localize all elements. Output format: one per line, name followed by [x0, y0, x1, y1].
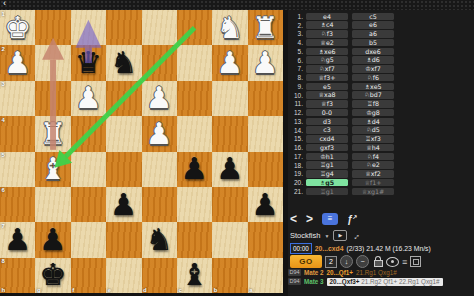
eye-icon[interactable]: [386, 257, 399, 267]
rank-label: 7: [2, 223, 5, 229]
square-g5[interactable]: ♝: [35, 152, 70, 187]
square-a7[interactable]: [248, 222, 283, 257]
move-number: 17.: [288, 153, 303, 160]
piece-wR-g4[interactable]: ♜: [35, 116, 70, 151]
prev-move-button[interactable]: <: [290, 213, 297, 225]
square-a2[interactable]: ♟: [248, 45, 283, 80]
square-b5[interactable]: ♟: [212, 152, 247, 187]
square-b8[interactable]: b: [212, 258, 247, 293]
move-black-10[interactable]: ♘bd7: [352, 91, 394, 99]
square-g2[interactable]: [35, 45, 70, 80]
rank-label: 1: [2, 11, 5, 17]
piece-bP-h7[interactable]: ♟: [0, 222, 35, 257]
square-c2[interactable]: [177, 45, 212, 80]
move-black-9[interactable]: ♗xe5: [352, 83, 394, 91]
move-white-20[interactable]: ♗g5: [306, 179, 348, 187]
move-white-4[interactable]: ♕e2: [306, 39, 348, 47]
rank-label: 8: [2, 258, 5, 264]
square-a3[interactable]: [248, 81, 283, 116]
move-row-12: 12.0-0♔g8: [288, 108, 398, 117]
rank-label: 5: [2, 152, 5, 158]
piece-wP-a2[interactable]: ♟: [248, 45, 283, 80]
piece-bN-d7[interactable]: ♞: [142, 222, 177, 257]
engine-header: Stockfish ▼ ▶ ↔: [290, 230, 360, 241]
square-b6[interactable]: [212, 187, 247, 222]
square-b4[interactable]: [212, 116, 247, 151]
move-black-8[interactable]: ♘f6: [352, 74, 394, 82]
move-number: 12.: [288, 109, 303, 116]
move-number: 7.: [288, 65, 303, 72]
square-g3[interactable]: [35, 81, 70, 116]
engine-controls: GO 2 ↓ − ≡: [290, 255, 421, 268]
square-a1[interactable]: ♜: [248, 10, 283, 45]
file-label: f: [72, 287, 74, 293]
square-a4[interactable]: [248, 116, 283, 151]
rank-label: 6: [2, 187, 5, 193]
move-black-4[interactable]: b5: [352, 39, 394, 47]
square-a6[interactable]: ♟: [248, 187, 283, 222]
square-h6[interactable]: 6: [0, 187, 35, 222]
pv-minus-button[interactable]: −: [356, 255, 369, 268]
pv-first-move: 20...Qxf3+: [330, 278, 360, 285]
move-white-12[interactable]: 0-0: [306, 109, 348, 117]
depth-tag: D94: [288, 278, 301, 285]
nav-toolbar: < > ≡ ƒ↗: [290, 211, 358, 227]
square-h5[interactable]: 5: [0, 152, 35, 187]
move-black-21[interactable]: ♕xg1#: [352, 188, 394, 196]
square-a8[interactable]: a: [248, 258, 283, 293]
move-row-9: 9.e5♗xe5: [288, 82, 398, 91]
piece-wR-a1[interactable]: ♜: [248, 10, 283, 45]
move-black-13[interactable]: ♗d4: [352, 118, 394, 126]
piece-bP-g7[interactable]: ♟: [35, 222, 70, 257]
move-row-4: 4.♕e2b5: [288, 38, 398, 47]
move-black-6[interactable]: ♗d6: [352, 56, 394, 64]
menu-button[interactable]: ≡: [322, 213, 338, 225]
move-white-15[interactable]: cxd4: [306, 135, 348, 143]
pv-highlight-strip: 20...Qxf3+ 21.Rg2 Qf1+ 22.Rg1 Qxg1#: [327, 278, 443, 286]
analysis-play-icon[interactable]: ▶: [333, 230, 347, 241]
move-black-16[interactable]: ♕h4: [352, 144, 394, 152]
move-row-10: 10.♕xa8♘bd7: [288, 91, 398, 100]
pv-continuation: 21.Rg1 Qxg1#: [356, 269, 397, 276]
move-number: 1.: [288, 13, 303, 20]
move-row-3: 3.♘f3a6: [288, 30, 398, 39]
square-c4[interactable]: [177, 116, 212, 151]
move-number: 2.: [288, 22, 303, 29]
line-score: Mate 2: [304, 269, 324, 276]
move-row-21: 21.♖g1♕xg1#: [288, 187, 398, 196]
engine-line-1[interactable]: D94Mate 220...Qf1+21.Rg1 Qxg1#: [288, 268, 474, 277]
piece-wP-d3[interactable]: ♟: [142, 81, 177, 116]
move-white-18[interactable]: ♖g1: [306, 161, 348, 169]
next-move-button[interactable]: >: [306, 213, 313, 225]
piece-wP-b2[interactable]: ♟: [212, 45, 247, 80]
analysis-panel: 1.e4c52.♗c4e63.♘f3a64.♕e2b55.♗xe6dxe66.♘…: [288, 10, 474, 296]
move-white-7[interactable]: ♘xf7: [306, 65, 348, 73]
variation-icon[interactable]: ƒ↗: [347, 213, 358, 225]
piece-bP-b5[interactable]: ♟: [212, 152, 247, 187]
move-white-16[interactable]: gxf3: [306, 144, 348, 152]
engine-chip-icon[interactable]: [410, 256, 421, 267]
current-search-move: 20...cxd4: [315, 245, 344, 252]
square-f4[interactable]: [71, 116, 106, 151]
engine-name[interactable]: Stockfish: [290, 231, 320, 240]
piece-bP-c5[interactable]: ♟: [177, 152, 212, 187]
move-white-8[interactable]: ♕f3+: [306, 74, 348, 82]
square-c3[interactable]: [177, 81, 212, 116]
move-row-19: 19.♖g4♕xf2: [288, 170, 398, 179]
move-number: 4.: [288, 39, 303, 46]
square-f1[interactable]: [71, 10, 106, 45]
move-number: 10.: [288, 92, 303, 99]
list-icon[interactable]: ≡: [402, 257, 407, 267]
move-row-13: 13.d3♗d4: [288, 117, 398, 126]
file-label: c: [178, 287, 181, 293]
piece-wN-b1[interactable]: ♞: [212, 10, 247, 45]
move-number: 14.: [288, 127, 303, 134]
move-number: 15.: [288, 135, 303, 142]
square-e6[interactable]: ♟: [106, 187, 141, 222]
move-white-19[interactable]: ♖g4: [306, 170, 348, 178]
move-white-10[interactable]: ♕xa8: [306, 91, 348, 99]
square-d5[interactable]: [142, 152, 177, 187]
square-d3[interactable]: ♟: [142, 81, 177, 116]
square-e3[interactable]: [106, 81, 141, 116]
move-number: 19.: [288, 170, 303, 177]
square-h3[interactable]: 3: [0, 81, 35, 116]
move-row-8: 8.♕f3+♘f6: [288, 73, 398, 82]
engine-status-row: 00:00 20...cxd4 (2/33) 21.42 M (16.23 Mn…: [290, 243, 431, 254]
move-black-17[interactable]: ♘f4: [352, 153, 394, 161]
move-white-3[interactable]: ♘f3: [306, 30, 348, 38]
top-bar: ‹: [0, 0, 474, 10]
square-e8[interactable]: e: [106, 258, 141, 293]
square-f5[interactable]: [71, 152, 106, 187]
chess-analysis-app: ‹ 1♚♞♜2♟♛♞♟♟3♟♟4♜♟5♝♟♟6♟♟7♟♟♞8hg♚fedc♝ba…: [0, 0, 474, 296]
move-number: 5.: [288, 48, 303, 55]
move-number: 21.: [288, 188, 303, 195]
square-f3[interactable]: ♟: [71, 81, 106, 116]
move-row-2: 2.♗c4e6: [288, 21, 398, 30]
square-g7[interactable]: ♟: [35, 222, 70, 257]
square-e1[interactable]: [106, 10, 141, 45]
move-row-7: 7.♘xf7♔xf7: [288, 65, 398, 74]
move-row-14: 14.c3♘d5: [288, 126, 398, 135]
back-icon[interactable]: ‹: [3, 0, 6, 8]
multipv-count[interactable]: 2: [325, 256, 337, 268]
move-black-3[interactable]: a6: [352, 30, 394, 38]
move-number: 9.: [288, 83, 303, 90]
piece-wP-h2[interactable]: ♟: [0, 45, 35, 80]
square-f7[interactable]: [71, 222, 106, 257]
move-row-15: 15.cxd4♖xf3: [288, 135, 398, 144]
square-h2[interactable]: 2♟: [0, 45, 35, 80]
move-black-14[interactable]: ♘d5: [352, 126, 394, 134]
square-g1[interactable]: [35, 10, 70, 45]
square-c8[interactable]: c♝: [177, 258, 212, 293]
move-number: 3.: [288, 30, 303, 37]
move-black-20[interactable]: ♕f1+: [352, 179, 394, 187]
piece-bN-e2[interactable]: ♞: [106, 45, 141, 80]
square-d6[interactable]: [142, 187, 177, 222]
move-black-15[interactable]: ♖xf3: [352, 135, 394, 143]
move-row-11: 11.♕f3♖f8: [288, 100, 398, 109]
engine-dropdown-icon[interactable]: ▼: [324, 233, 329, 239]
move-number: 11.: [288, 100, 303, 107]
piece-wP-f3[interactable]: ♟: [71, 81, 106, 116]
move-row-16: 16.gxf3♕h4: [288, 143, 398, 152]
file-label: h: [2, 287, 6, 293]
square-b2[interactable]: ♟: [212, 45, 247, 80]
depth-tag: D94: [288, 269, 301, 276]
go-button[interactable]: GO: [290, 255, 322, 268]
move-number: 18.: [288, 162, 303, 169]
square-f6[interactable]: [71, 187, 106, 222]
square-h7[interactable]: 7♟: [0, 222, 35, 257]
rank-label: 4: [2, 117, 5, 123]
move-white-13[interactable]: d3: [306, 118, 348, 126]
square-c5[interactable]: ♟: [177, 152, 212, 187]
square-b1[interactable]: ♞: [212, 10, 247, 45]
move-number: 16.: [288, 144, 303, 151]
move-row-18: 18.♖g1♘e2: [288, 161, 398, 170]
piece-wP-d4[interactable]: ♟: [142, 116, 177, 151]
piece-wK-h1[interactable]: ♚: [0, 10, 35, 45]
square-c6[interactable]: [177, 187, 212, 222]
menu-icon: ≡: [328, 215, 333, 223]
move-black-12[interactable]: ♔g8: [352, 109, 394, 117]
engine-line-2[interactable]: D94Mate 320...Qxf3+ 21.Rg2 Qf1+ 22.Rg1 Q…: [288, 277, 474, 286]
square-h8[interactable]: 8h: [0, 258, 35, 293]
move-number: 6.: [288, 57, 303, 64]
move-white-21[interactable]: ♖g1: [306, 188, 348, 196]
rank-label: 2: [2, 46, 5, 52]
expand-icon[interactable]: ↔: [349, 229, 362, 242]
square-c7[interactable]: [177, 222, 212, 257]
move-row-20: 20.♗g5♕f1+: [288, 178, 398, 187]
square-g6[interactable]: [35, 187, 70, 222]
move-white-17[interactable]: ♔h1: [306, 153, 348, 161]
square-h4[interactable]: 4: [0, 116, 35, 151]
file-label: g: [37, 287, 41, 293]
move-white-2[interactable]: ♗c4: [306, 21, 348, 29]
square-e4[interactable]: [106, 116, 141, 151]
square-d7[interactable]: ♞: [142, 222, 177, 257]
piece-bP-e6[interactable]: ♟: [106, 187, 141, 222]
move-row-6: 6.♘g5♗d6: [288, 56, 398, 65]
move-black-1[interactable]: c5: [352, 13, 394, 21]
square-f2[interactable]: ♛: [71, 45, 106, 80]
move-white-11[interactable]: ♕f3: [306, 100, 348, 108]
move-black-2[interactable]: e6: [352, 21, 394, 29]
move-row-5: 5.♗xe6dxe6: [288, 47, 398, 56]
square-g8[interactable]: g♚: [35, 258, 70, 293]
square-e5[interactable]: [106, 152, 141, 187]
pv-down-button[interactable]: ↓: [340, 255, 353, 268]
square-c1[interactable]: [177, 10, 212, 45]
file-label: b: [214, 287, 218, 293]
line-score: Mate 3: [304, 278, 324, 285]
move-white-1[interactable]: e4: [306, 13, 348, 21]
move-white-5[interactable]: ♗xe6: [306, 48, 348, 56]
piece-wB-g5[interactable]: ♝: [35, 152, 70, 187]
piece-bQ-f2[interactable]: ♛: [71, 45, 106, 80]
pv-first-move: 20...Qf1+: [327, 269, 353, 276]
pv-continuation: 21.Rg2 Qf1+ 22.Rg1 Qxg1#: [361, 278, 439, 285]
move-black-11[interactable]: ♖f8: [352, 100, 394, 108]
square-b3[interactable]: [212, 81, 247, 116]
file-label: a: [249, 287, 252, 293]
move-row-17: 17.♔h1♘f4: [288, 152, 398, 161]
square-h1[interactable]: 1♚: [0, 10, 35, 45]
engine-time: 00:00: [290, 243, 312, 254]
move-black-7[interactable]: ♔xf7: [352, 65, 394, 73]
square-f8[interactable]: f: [71, 258, 106, 293]
rank-label: 3: [2, 81, 5, 87]
chess-board[interactable]: 1♚♞♜2♟♛♞♟♟3♟♟4♜♟5♝♟♟6♟♟7♟♟♞8hg♚fedc♝ba: [0, 10, 283, 293]
square-g4[interactable]: ♜: [35, 116, 70, 151]
move-black-5[interactable]: dxe6: [352, 48, 394, 56]
move-row-1: 1.e4c5: [288, 12, 398, 21]
square-e2[interactable]: ♞: [106, 45, 141, 80]
move-black-19[interactable]: ♕xf2: [352, 170, 394, 178]
piece-bP-a6[interactable]: ♟: [248, 187, 283, 222]
square-d8[interactable]: d: [142, 258, 177, 293]
square-d1[interactable]: [142, 10, 177, 45]
move-number: 8.: [288, 74, 303, 81]
square-d2[interactable]: [142, 45, 177, 80]
file-label: d: [143, 287, 147, 293]
square-e7[interactable]: [106, 222, 141, 257]
move-white-9[interactable]: e5: [306, 83, 348, 91]
square-a5[interactable]: [248, 152, 283, 187]
search-stats: (2/33) 21.42 M (16.23 Mn/s): [346, 245, 430, 252]
square-b7[interactable]: [212, 222, 247, 257]
move-black-18[interactable]: ♘e2: [352, 161, 394, 169]
move-white-14[interactable]: c3: [306, 126, 348, 134]
move-list: 1.e4c52.♗c4e63.♘f3a64.♕e2b55.♗xe6dxe66.♘…: [288, 12, 398, 196]
file-label: e: [108, 287, 111, 293]
move-number: 20.: [288, 179, 303, 186]
piece-bB-c8[interactable]: ♝: [177, 258, 212, 293]
move-white-6[interactable]: ♘g5: [306, 56, 348, 64]
lock-icon[interactable]: [372, 256, 383, 267]
move-number: 13.: [288, 118, 303, 125]
square-d4[interactable]: ♟: [142, 116, 177, 151]
